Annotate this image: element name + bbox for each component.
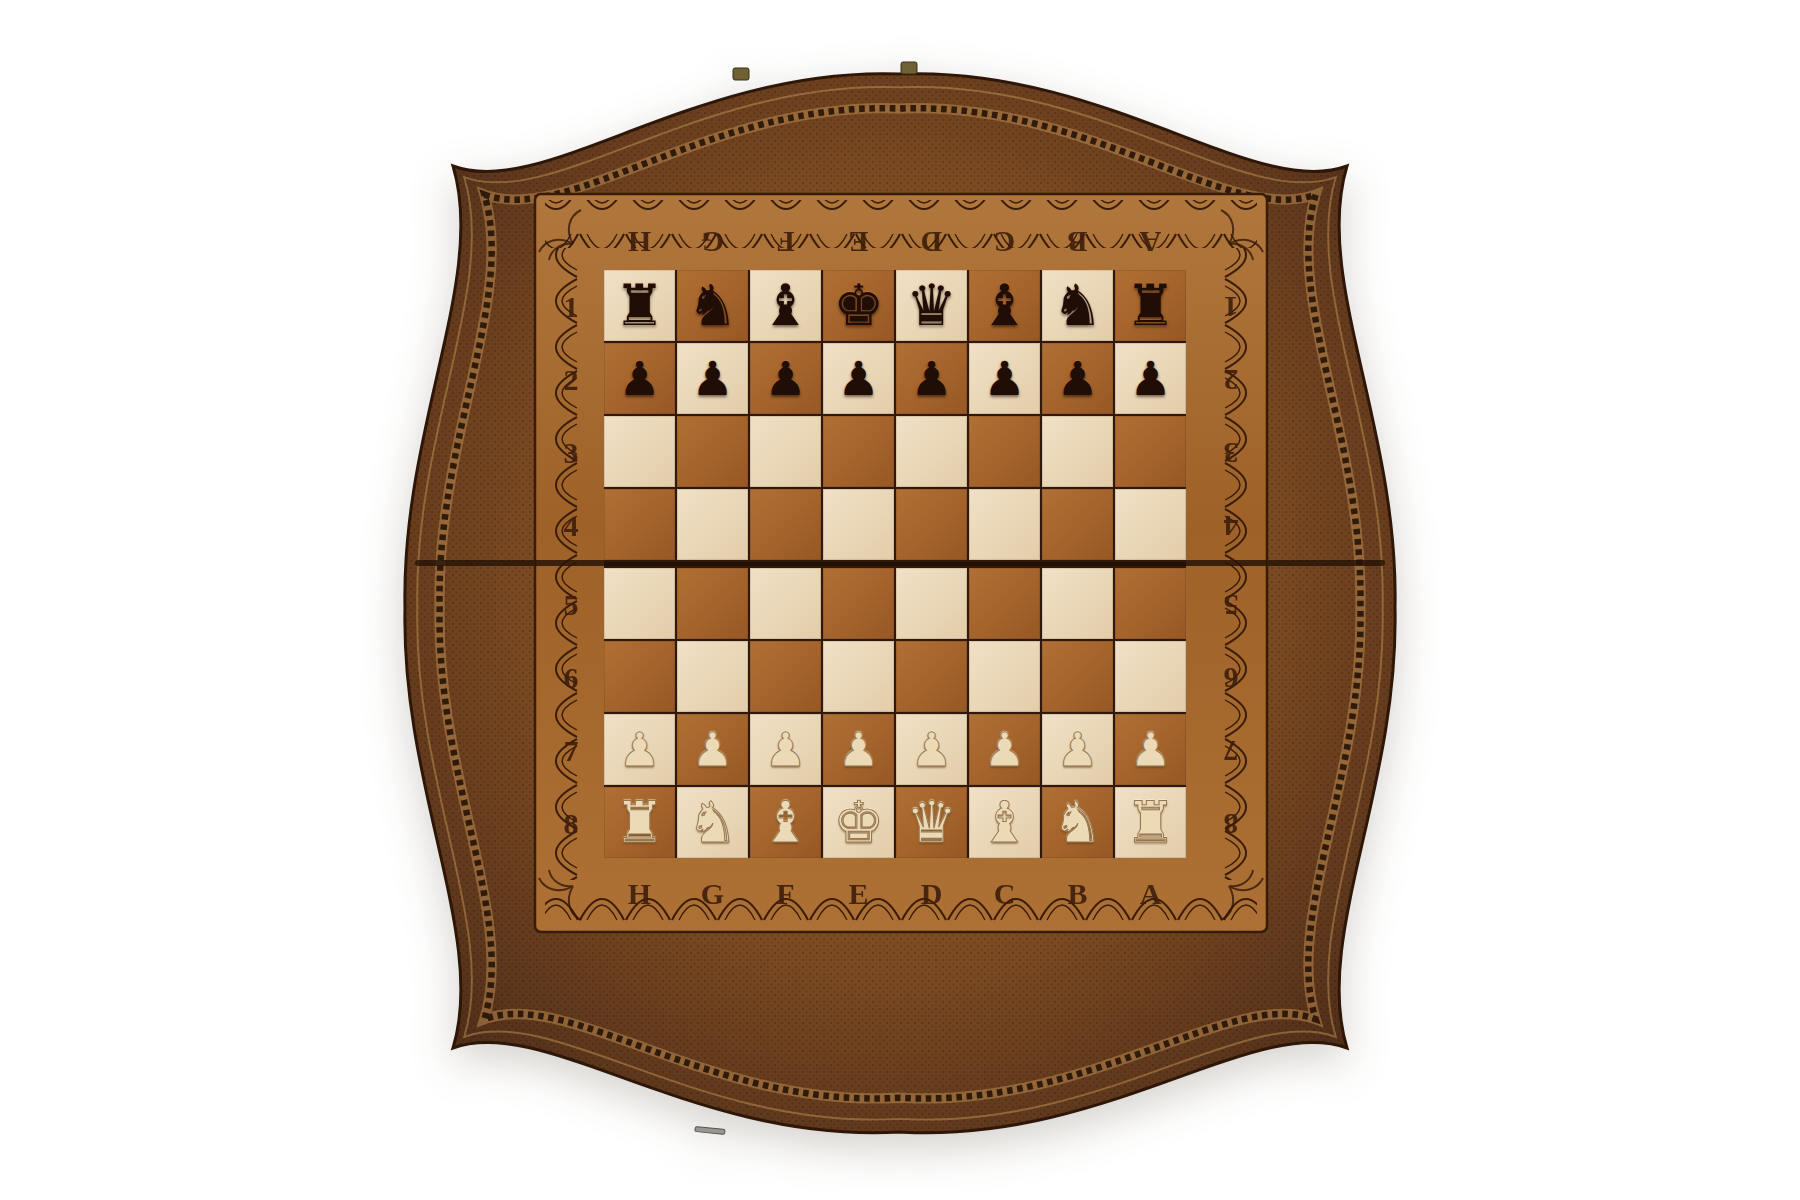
square-e5[interactable] — [823, 568, 894, 639]
light-rook[interactable]: ♜ — [1125, 794, 1176, 851]
light-pawn[interactable]: ♟ — [910, 726, 952, 773]
square-a5[interactable] — [1115, 568, 1186, 639]
dark-knight[interactable]: ♞ — [687, 277, 738, 334]
square-g7[interactable]: ♟ — [677, 714, 748, 785]
clasp — [695, 1126, 725, 1134]
square-g8[interactable]: ♞ — [677, 787, 748, 858]
coordinate-label: 4 — [564, 509, 579, 542]
dark-pawn[interactable]: ♟ — [983, 355, 1025, 402]
coordinate-label: B — [1067, 226, 1087, 259]
light-pawn[interactable]: ♟ — [691, 726, 733, 773]
photo-stage: HGFEDCBA HGFEDCBA 12345678 12345678 ♜♞♝♚… — [0, 0, 1800, 1200]
dark-pawn[interactable]: ♟ — [837, 355, 879, 402]
coordinate-label: 7 — [564, 734, 579, 767]
square-c8[interactable]: ♝ — [969, 787, 1040, 858]
dark-rook[interactable]: ♜ — [614, 277, 665, 334]
square-h3[interactable] — [604, 416, 675, 487]
coordinate-label: 7 — [1224, 735, 1239, 768]
coordinate-label: E — [848, 877, 868, 910]
square-f8[interactable]: ♝ — [750, 787, 821, 858]
square-h4[interactable] — [604, 489, 675, 560]
light-pawn[interactable]: ♟ — [618, 726, 660, 773]
coordinate-label: D — [921, 877, 943, 910]
square-c6[interactable] — [969, 641, 1040, 712]
dark-pawn[interactable]: ♟ — [764, 355, 806, 402]
light-bishop[interactable]: ♝ — [979, 794, 1030, 851]
light-king[interactable]: ♚ — [833, 794, 884, 851]
square-f6[interactable] — [750, 641, 821, 712]
hinge-left — [733, 68, 749, 80]
coordinate-label: 5 — [1224, 589, 1239, 622]
dark-pawn[interactable]: ♟ — [1056, 355, 1098, 402]
square-c3[interactable] — [969, 416, 1040, 487]
coordinate-label: H — [628, 877, 651, 910]
coordinate-label: 1 — [564, 290, 579, 323]
coordinate-label: H — [628, 226, 651, 259]
square-e3[interactable] — [823, 416, 894, 487]
coordinate-label: 1 — [1224, 291, 1239, 324]
square-h7[interactable]: ♟ — [604, 714, 675, 785]
light-knight[interactable]: ♞ — [687, 794, 738, 851]
square-h2[interactable]: ♟ — [604, 343, 675, 414]
square-g5[interactable] — [677, 568, 748, 639]
dark-bishop[interactable]: ♝ — [760, 277, 811, 334]
square-h5[interactable] — [604, 568, 675, 639]
dark-pawn[interactable]: ♟ — [691, 355, 733, 402]
square-g3[interactable] — [677, 416, 748, 487]
coordinate-label: 3 — [564, 436, 579, 469]
square-e8[interactable]: ♚ — [823, 787, 894, 858]
square-c7[interactable]: ♟ — [969, 714, 1040, 785]
square-b1[interactable]: ♞ — [1042, 270, 1113, 341]
coordinate-label: 6 — [564, 661, 579, 694]
coordinate-label: G — [701, 226, 724, 259]
square-f4[interactable] — [750, 489, 821, 560]
square-c4[interactable] — [969, 489, 1040, 560]
square-a1[interactable]: ♜ — [1115, 270, 1186, 341]
square-g2[interactable]: ♟ — [677, 343, 748, 414]
square-e6[interactable] — [823, 641, 894, 712]
square-e7[interactable]: ♟ — [823, 714, 894, 785]
dark-knight[interactable]: ♞ — [1052, 277, 1103, 334]
coordinate-label: 8 — [564, 807, 579, 840]
light-pawn[interactable]: ♟ — [764, 726, 806, 773]
coordinate-label: F — [776, 877, 794, 910]
dark-pawn[interactable]: ♟ — [910, 355, 952, 402]
square-g4[interactable] — [677, 489, 748, 560]
fold-seam — [604, 562, 1186, 566]
square-f7[interactable]: ♟ — [750, 714, 821, 785]
coordinate-label: B — [1067, 877, 1087, 910]
coordinate-label: A — [1139, 226, 1161, 259]
square-a3[interactable] — [1115, 416, 1186, 487]
light-knight[interactable]: ♞ — [1052, 794, 1103, 851]
coordinate-label: 6 — [1224, 662, 1239, 695]
coordinate-label: 5 — [564, 588, 579, 621]
square-h1[interactable]: ♜ — [604, 270, 675, 341]
square-f1[interactable]: ♝ — [750, 270, 821, 341]
square-b5[interactable] — [1042, 568, 1113, 639]
square-f3[interactable] — [750, 416, 821, 487]
square-e2[interactable]: ♟ — [823, 343, 894, 414]
coordinate-label: C — [994, 226, 1016, 259]
coordinate-label: 8 — [1224, 808, 1239, 841]
square-d4[interactable] — [896, 489, 967, 560]
dark-rook[interactable]: ♜ — [1125, 277, 1176, 334]
light-rook[interactable]: ♜ — [614, 794, 665, 851]
square-d7[interactable]: ♟ — [896, 714, 967, 785]
square-d2[interactable]: ♟ — [896, 343, 967, 414]
square-d6[interactable] — [896, 641, 967, 712]
square-e1[interactable]: ♚ — [823, 270, 894, 341]
square-a8[interactable]: ♜ — [1115, 787, 1186, 858]
square-c1[interactable]: ♝ — [969, 270, 1040, 341]
square-h6[interactable] — [604, 641, 675, 712]
square-g6[interactable] — [677, 641, 748, 712]
coordinate-label: G — [701, 877, 724, 910]
hinge-right — [901, 62, 917, 74]
square-c2[interactable]: ♟ — [969, 343, 1040, 414]
square-d8[interactable]: ♛ — [896, 787, 967, 858]
light-pawn[interactable]: ♟ — [1129, 726, 1171, 773]
square-a4[interactable] — [1115, 489, 1186, 560]
chess-board: ♜♞♝♚♛♝♞♜♟♟♟♟♟♟♟♟♟♟♟♟♟♟♟♟♜♞♝♚♛♝♞♜ — [604, 270, 1186, 858]
coordinate-label: D — [921, 226, 943, 259]
coordinate-label: A — [1140, 877, 1162, 910]
square-e4[interactable] — [823, 489, 894, 560]
coordinate-label: 3 — [1224, 437, 1239, 470]
coordinate-label: 2 — [1224, 364, 1239, 397]
square-g1[interactable]: ♞ — [677, 270, 748, 341]
square-a7[interactable]: ♟ — [1115, 714, 1186, 785]
square-c5[interactable] — [969, 568, 1040, 639]
coordinate-label: C — [994, 877, 1016, 910]
square-b2[interactable]: ♟ — [1042, 343, 1113, 414]
square-d5[interactable] — [896, 568, 967, 639]
coordinate-label: F — [776, 226, 794, 259]
square-f5[interactable] — [750, 568, 821, 639]
square-b6[interactable] — [1042, 641, 1113, 712]
square-f2[interactable]: ♟ — [750, 343, 821, 414]
light-pawn[interactable]: ♟ — [983, 726, 1025, 773]
dark-pawn[interactable]: ♟ — [1129, 355, 1171, 402]
dark-queen[interactable]: ♛ — [906, 277, 957, 334]
coordinate-label: 2 — [564, 363, 579, 396]
dark-king[interactable]: ♚ — [833, 277, 884, 334]
light-queen[interactable]: ♛ — [906, 794, 957, 851]
dark-bishop[interactable]: ♝ — [979, 277, 1030, 334]
dark-pawn[interactable]: ♟ — [618, 355, 660, 402]
square-d3[interactable] — [896, 416, 967, 487]
square-b3[interactable] — [1042, 416, 1113, 487]
square-d1[interactable]: ♛ — [896, 270, 967, 341]
square-b4[interactable] — [1042, 489, 1113, 560]
square-h8[interactable]: ♜ — [604, 787, 675, 858]
square-b7[interactable]: ♟ — [1042, 714, 1113, 785]
square-a6[interactable] — [1115, 641, 1186, 712]
coordinate-label: E — [848, 226, 868, 259]
light-bishop[interactable]: ♝ — [760, 794, 811, 851]
square-b8[interactable]: ♞ — [1042, 787, 1113, 858]
coordinate-label: 4 — [1224, 510, 1239, 543]
light-pawn[interactable]: ♟ — [1056, 726, 1098, 773]
light-pawn[interactable]: ♟ — [837, 726, 879, 773]
square-a2[interactable]: ♟ — [1115, 343, 1186, 414]
